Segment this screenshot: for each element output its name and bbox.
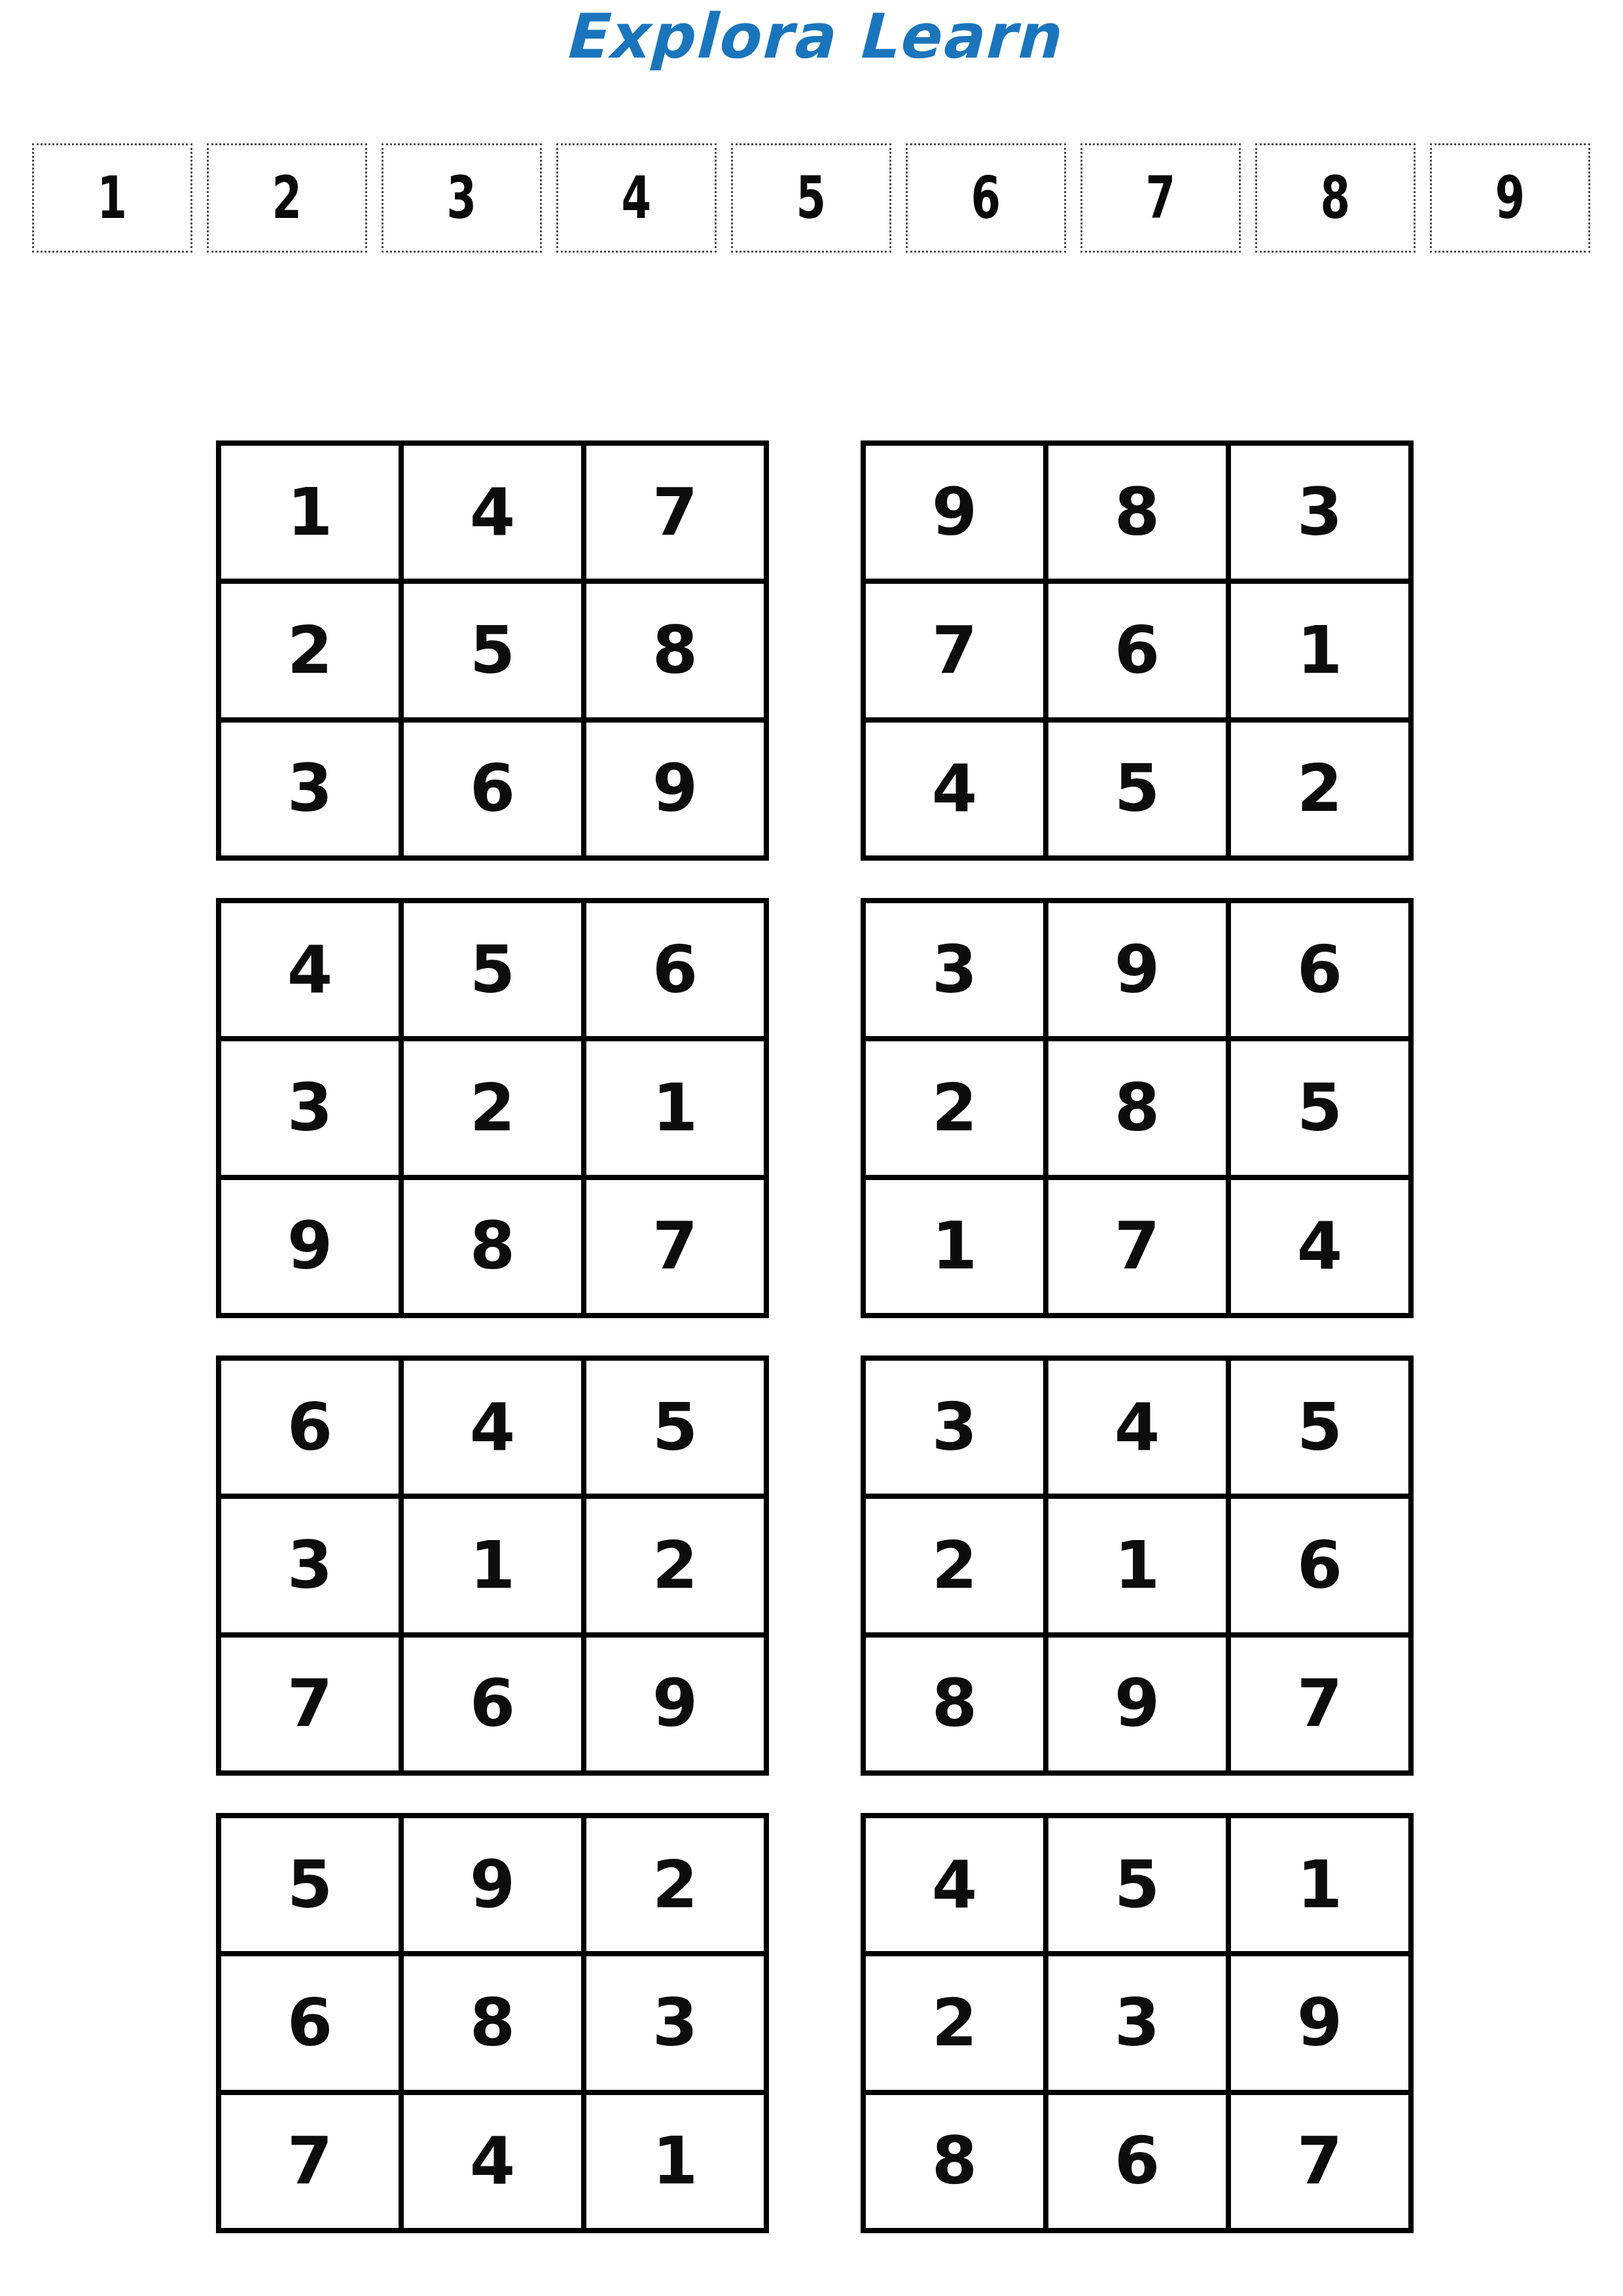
grid-cell: 6	[401, 1635, 584, 1773]
number-card: 9	[1430, 143, 1590, 253]
number-card: 4	[556, 143, 717, 253]
grid-cell: 6	[219, 1358, 401, 1496]
grid-cell: 3	[219, 1039, 401, 1177]
number-card-digit: 6	[971, 169, 1001, 226]
number-grid: 592683741	[216, 1813, 769, 2233]
grid-cell: 2	[584, 1816, 766, 1954]
grid-cell: 4	[1228, 1177, 1411, 1316]
grid-cell: 5	[401, 581, 584, 719]
number-card: 3	[382, 143, 542, 253]
grid-cell: 3	[1046, 1954, 1228, 2092]
number-strip: 123456789	[32, 143, 1590, 253]
number-card: 1	[32, 143, 192, 253]
grid-cell: 8	[1046, 1039, 1228, 1177]
grid-cell: 5	[584, 1358, 766, 1496]
grid-cell: 6	[1046, 2092, 1228, 2231]
number-card: 2	[207, 143, 367, 253]
grid-cell: 8	[1046, 443, 1228, 581]
number-card: 7	[1080, 143, 1241, 253]
grid-cell: 9	[1046, 1635, 1228, 1773]
grid-cell: 1	[584, 1039, 766, 1177]
grid-cell: 5	[1046, 720, 1228, 858]
number-grid: 396285174	[861, 898, 1414, 1318]
grid-cell: 8	[401, 1177, 584, 1316]
grid-cell: 6	[219, 1954, 401, 2092]
grid-cell: 3	[863, 1358, 1046, 1496]
grid-cell: 7	[863, 581, 1046, 719]
grid-cell: 7	[1046, 1177, 1228, 1316]
number-grid: 983761452	[861, 440, 1414, 861]
grid-cell: 4	[401, 1358, 584, 1496]
grid-cell: 1	[1228, 581, 1411, 719]
grid-cell: 1	[219, 443, 401, 581]
grid-cell: 5	[1228, 1039, 1411, 1177]
grid-cell: 1	[863, 1177, 1046, 1316]
grid-cell: 9	[863, 443, 1046, 581]
grid-cell: 4	[401, 443, 584, 581]
number-grid: 645312769	[216, 1355, 769, 1776]
grid-cell: 5	[401, 901, 584, 1039]
grid-cell: 7	[219, 1635, 401, 1773]
number-card-digit: 2	[272, 169, 302, 226]
number-grid: 451239867	[861, 1813, 1414, 2233]
grid-cell: 5	[1046, 1816, 1228, 1954]
grid-cell: 1	[584, 2092, 766, 2231]
grid-cell: 3	[863, 901, 1046, 1039]
number-card-digit: 3	[447, 169, 477, 226]
grid-cell: 3	[219, 720, 401, 858]
grid-cell: 7	[1228, 1635, 1411, 1773]
number-card-digit: 5	[796, 169, 827, 226]
grid-cell: 5	[1228, 1358, 1411, 1496]
grid-cell: 2	[219, 581, 401, 719]
number-grid: 147258369	[216, 440, 769, 861]
worksheet-title: Explora Learn	[0, 3, 1623, 70]
number-card-digit: 9	[1495, 169, 1525, 226]
grid-cell: 9	[584, 720, 766, 858]
grid-cell: 8	[401, 1954, 584, 2092]
number-grid: 456321987	[216, 898, 769, 1318]
number-card: 8	[1255, 143, 1416, 253]
grid-cell: 6	[1228, 901, 1411, 1039]
number-card-digit: 4	[622, 169, 652, 226]
grid-cell: 8	[863, 1635, 1046, 1773]
grid-cell: 2	[863, 1039, 1046, 1177]
grid-cell: 5	[219, 1816, 401, 1954]
grid-cell: 4	[1046, 1358, 1228, 1496]
number-card-digit: 1	[98, 169, 128, 226]
grid-cell: 6	[401, 720, 584, 858]
grid-cell: 9	[1228, 1954, 1411, 2092]
grid-cell: 3	[584, 1954, 766, 2092]
number-card-digit: 8	[1321, 169, 1351, 226]
grid-cell: 1	[1046, 1496, 1228, 1634]
grid-cell: 7	[219, 2092, 401, 2231]
grid-cell: 9	[219, 1177, 401, 1316]
grid-cell: 9	[1046, 901, 1228, 1039]
grid-cell: 2	[863, 1954, 1046, 2092]
grid-cell: 3	[219, 1496, 401, 1634]
grid-cell: 4	[401, 2092, 584, 2231]
grid-cell: 2	[401, 1039, 584, 1177]
grid-cell: 2	[863, 1496, 1046, 1634]
grid-cell: 7	[584, 443, 766, 581]
grid-cell: 9	[401, 1816, 584, 1954]
grid-cell: 6	[584, 901, 766, 1039]
number-card: 6	[906, 143, 1066, 253]
number-card: 5	[731, 143, 891, 253]
grid-cell: 6	[1046, 581, 1228, 719]
grid-cell: 2	[584, 1496, 766, 1634]
number-card-digit: 7	[1146, 169, 1176, 226]
grid-cell: 4	[219, 901, 401, 1039]
grid-cell: 9	[584, 1635, 766, 1773]
grid-cell: 6	[1228, 1496, 1411, 1634]
grid-cell: 8	[863, 2092, 1046, 2231]
grid-cell: 1	[1228, 1816, 1411, 1954]
grid-cell: 1	[401, 1496, 584, 1634]
grid-cell: 8	[584, 581, 766, 719]
grid-cell: 3	[1228, 443, 1411, 581]
worksheet-page: Explora Learn 123456789 1472583699837614…	[0, 0, 1623, 2296]
number-grid: 345216897	[861, 1355, 1414, 1776]
grid-cell: 4	[863, 720, 1046, 858]
grid-cell: 7	[1228, 2092, 1411, 2231]
grid-cell: 4	[863, 1816, 1046, 1954]
grid-cell: 2	[1228, 720, 1411, 858]
grids-container: 1472583699837614524563219873962851746453…	[216, 440, 1414, 2233]
grid-cell: 7	[584, 1177, 766, 1316]
